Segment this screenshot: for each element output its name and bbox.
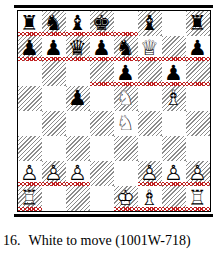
square-a3	[18, 136, 42, 161]
square-e1: ♚♔	[114, 186, 138, 211]
square-h1: ♜♖	[186, 186, 210, 211]
square-f1: ♝♗	[138, 186, 162, 211]
spellcheck-squiggle	[66, 182, 90, 186]
black-rook-h8: ♜	[186, 11, 210, 36]
square-a7: ♟	[18, 36, 42, 61]
spellcheck-squiggle	[18, 207, 42, 211]
square-e7: ♞	[114, 36, 138, 61]
square-h4	[186, 111, 210, 136]
square-a2: ♟♙	[18, 161, 42, 186]
square-c6	[66, 61, 90, 86]
square-c1	[66, 186, 90, 211]
spellcheck-squiggle	[138, 182, 162, 186]
square-f2: ♟♙	[138, 161, 162, 186]
white-knight-e5: ♞♘	[114, 86, 138, 111]
square-b1	[42, 186, 66, 211]
square-f4	[138, 111, 162, 136]
spellcheck-squiggle	[186, 207, 210, 211]
black-bishop-f8: ♝	[138, 11, 162, 36]
square-g8	[162, 11, 186, 36]
square-d1	[90, 186, 114, 211]
spellcheck-squiggle	[42, 32, 66, 36]
square-f5	[138, 86, 162, 111]
caption-number: 16.	[3, 233, 21, 248]
square-g1	[162, 186, 186, 211]
square-e8	[114, 11, 138, 36]
spellcheck-squiggle	[18, 57, 42, 61]
square-d6	[90, 61, 114, 86]
square-b6	[42, 61, 66, 86]
square-d8: ♚	[90, 11, 114, 36]
spellcheck-squiggle	[186, 182, 210, 186]
spellcheck-squiggle	[114, 57, 138, 61]
spellcheck-squiggle	[42, 57, 66, 61]
square-a8: ♜	[18, 11, 42, 36]
spellcheck-squiggle	[18, 182, 42, 186]
diagram-caption: 16.White to move (1001W-718)	[3, 233, 191, 249]
black-pawn-c5: ♟	[66, 86, 90, 111]
square-d4	[90, 111, 114, 136]
square-g6: ♟	[162, 61, 186, 86]
square-d3	[90, 136, 114, 161]
square-b8: ♞	[42, 11, 66, 36]
square-h2: ♟♙	[186, 161, 210, 186]
spellcheck-squiggle	[66, 32, 90, 36]
spellcheck-squiggle	[90, 57, 114, 61]
square-b2: ♟♙	[42, 161, 66, 186]
square-c5: ♟	[66, 86, 90, 111]
chess-board: ♜♞♝♚♝♜♟♟♛♟♞♛♕♟♟♟♟♞♘♝♗♞♘♟♙♟♙♟♙♟♙♟♙♟♙♜♖♚♔♝…	[17, 10, 211, 212]
square-f3	[138, 136, 162, 161]
spellcheck-squiggle	[114, 82, 138, 86]
square-f7: ♛♕	[138, 36, 162, 61]
square-g7	[162, 36, 186, 61]
spellcheck-squiggle	[162, 207, 186, 211]
square-g2: ♟♙	[162, 161, 186, 186]
square-a4	[18, 111, 42, 136]
square-a5	[18, 86, 42, 111]
square-b3	[42, 136, 66, 161]
square-h5	[186, 86, 210, 111]
square-a6	[18, 61, 42, 86]
square-e6: ♟	[114, 61, 138, 86]
square-b4	[42, 111, 66, 136]
spellcheck-squiggle	[42, 182, 66, 186]
spellcheck-squiggle	[138, 82, 162, 86]
spellcheck-squiggle	[138, 207, 162, 211]
square-c7: ♛	[66, 36, 90, 61]
square-h3	[186, 136, 210, 161]
white-knight-e4: ♞♘	[114, 111, 138, 136]
page: ♜♞♝♚♝♜♟♟♛♟♞♛♕♟♟♟♟♞♘♝♗♞♘♟♙♟♙♟♙♟♙♟♙♟♙♜♖♚♔♝…	[0, 0, 218, 259]
white-bishop-g5: ♝♗	[162, 86, 186, 111]
caption-text: White to move (1001W-718)	[29, 233, 191, 248]
top-rule	[14, 5, 213, 8]
square-c2: ♟♙	[66, 161, 90, 186]
square-g5: ♝♗	[162, 86, 186, 111]
spellcheck-squiggle	[162, 57, 186, 61]
square-d7: ♟	[90, 36, 114, 61]
square-e2	[114, 161, 138, 186]
spellcheck-squiggle	[138, 57, 162, 61]
spellcheck-squiggle	[162, 182, 186, 186]
square-b7: ♟	[42, 36, 66, 61]
square-d2	[90, 161, 114, 186]
square-f8: ♝	[138, 11, 162, 36]
chess-diagram: ♜♞♝♚♝♜♟♟♛♟♞♛♕♟♟♟♟♞♘♝♗♞♘♟♙♟♙♟♙♟♙♟♙♟♙♜♖♚♔♝…	[14, 5, 213, 217]
spellcheck-squiggle	[18, 32, 42, 36]
square-e3	[114, 136, 138, 161]
spellcheck-squiggle	[186, 57, 210, 61]
spellcheck-squiggle	[90, 82, 114, 86]
square-h6	[186, 61, 210, 86]
bottom-rule	[14, 214, 213, 217]
square-f6	[138, 61, 162, 86]
square-h7: ♟	[186, 36, 210, 61]
square-c8: ♝	[66, 11, 90, 36]
square-h8: ♜	[186, 11, 210, 36]
square-g4	[162, 111, 186, 136]
square-b5	[42, 86, 66, 111]
spellcheck-squiggle	[162, 82, 186, 86]
square-c4	[66, 111, 90, 136]
square-g3	[162, 136, 186, 161]
square-a1: ♜♖	[18, 186, 42, 211]
spellcheck-squiggle	[114, 207, 138, 211]
spellcheck-squiggle	[186, 82, 210, 86]
spellcheck-squiggle	[90, 32, 114, 36]
square-e4: ♞♘	[114, 111, 138, 136]
spellcheck-squiggle	[114, 32, 138, 36]
square-e5: ♞♘	[114, 86, 138, 111]
spellcheck-squiggle	[66, 57, 90, 61]
square-d5	[90, 86, 114, 111]
square-c3	[66, 136, 90, 161]
